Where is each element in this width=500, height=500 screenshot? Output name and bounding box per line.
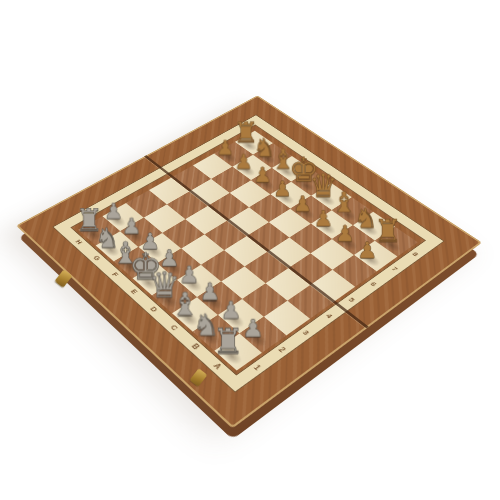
chess-board: ♜♞♝♚♛♝♞♜♟♟♟♟♟♟♟♟♟♟♟♟♟♟♟♟♜♞♝♚♛♝♞♜ H8G7F6E… <box>16 95 482 428</box>
product-photo-canvas: ♜♞♝♚♛♝♞♜♟♟♟♟♟♟♟♟♟♟♟♟♟♟♟♟♜♞♝♚♛♝♞♜ H8G7F6E… <box>0 0 500 500</box>
scene: ♜♞♝♚♛♝♞♜♟♟♟♟♟♟♟♟♟♟♟♟♟♟♟♟♜♞♝♚♛♝♞♜ H8G7F6E… <box>0 0 500 500</box>
piece-white-rook[interactable]: ♜ <box>211 324 245 359</box>
piece-black-pawn[interactable]: ♟ <box>352 239 383 262</box>
